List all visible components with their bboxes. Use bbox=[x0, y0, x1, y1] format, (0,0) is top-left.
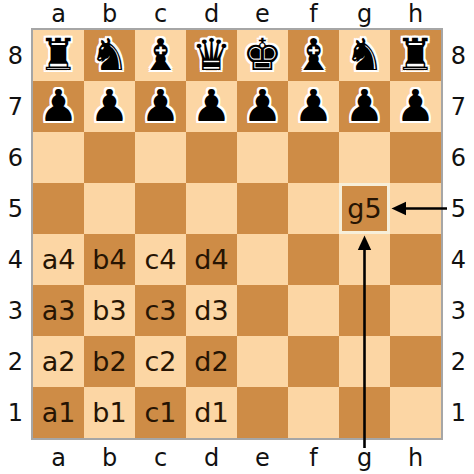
black-king-e8[interactable]: ♚ bbox=[243, 33, 282, 77]
rank-label-left-5: 5 bbox=[0, 183, 31, 234]
rank-label-right-6: 6 bbox=[443, 132, 474, 183]
black-pawn-d7[interactable]: ♟ bbox=[192, 84, 231, 128]
square-f3[interactable] bbox=[288, 285, 339, 336]
square-g8[interactable]: ♞ bbox=[339, 30, 390, 81]
file-label-top-d: d bbox=[186, 0, 237, 28]
square-c7[interactable]: ♟ bbox=[135, 81, 186, 132]
rank-label-right-3: 3 bbox=[443, 285, 474, 336]
file-label-top-h: h bbox=[390, 0, 441, 28]
black-pawn-g7[interactable]: ♟ bbox=[345, 84, 384, 128]
square-h2[interactable] bbox=[390, 336, 441, 387]
square-e1[interactable] bbox=[237, 387, 288, 438]
square-d2[interactable]: d2 bbox=[186, 336, 237, 387]
square-label-d4: d4 bbox=[194, 246, 228, 273]
square-b3[interactable]: b3 bbox=[84, 285, 135, 336]
square-a7[interactable]: ♟ bbox=[33, 81, 84, 132]
rank-label-right-1: 1 bbox=[443, 387, 474, 438]
file-label-bottom-c: c bbox=[135, 442, 186, 474]
rank-label-left-8: 8 bbox=[0, 30, 31, 81]
square-e4[interactable] bbox=[237, 234, 288, 285]
square-g1[interactable] bbox=[339, 387, 390, 438]
square-f6[interactable] bbox=[288, 132, 339, 183]
file-label-bottom-a: a bbox=[33, 442, 84, 474]
square-g2[interactable] bbox=[339, 336, 390, 387]
rank-label-left-1: 1 bbox=[0, 387, 31, 438]
file-label-top-a: a bbox=[33, 0, 84, 28]
square-b1[interactable]: b1 bbox=[84, 387, 135, 438]
square-d7[interactable]: ♟ bbox=[186, 81, 237, 132]
file-label-bottom-g: g bbox=[339, 442, 390, 474]
square-label-d3: d3 bbox=[194, 297, 228, 324]
square-a8[interactable]: ♜ bbox=[33, 30, 84, 81]
file-label-top-c: c bbox=[135, 0, 186, 28]
square-e7[interactable]: ♟ bbox=[237, 81, 288, 132]
black-rook-h8[interactable]: ♜ bbox=[396, 33, 435, 77]
square-e8[interactable]: ♚ bbox=[237, 30, 288, 81]
square-label-a2: a2 bbox=[42, 348, 76, 375]
square-label-b4: b4 bbox=[92, 246, 126, 273]
square-d4[interactable]: d4 bbox=[186, 234, 237, 285]
square-g3[interactable] bbox=[339, 285, 390, 336]
square-h4[interactable] bbox=[390, 234, 441, 285]
file-label-bottom-h: h bbox=[390, 442, 441, 474]
square-d8[interactable]: ♛ bbox=[186, 30, 237, 81]
square-h1[interactable] bbox=[390, 387, 441, 438]
square-e5[interactable] bbox=[237, 183, 288, 234]
square-h8[interactable]: ♜ bbox=[390, 30, 441, 81]
square-label-a4: a4 bbox=[42, 246, 76, 273]
chess-coordinates-diagram: ♜♞♝♛♚♝♞♜♟♟♟♟♟♟♟♟g5a4b4c4d4a3b3c3d3a2b2c2… bbox=[0, 0, 474, 474]
square-e3[interactable] bbox=[237, 285, 288, 336]
square-h6[interactable] bbox=[390, 132, 441, 183]
square-f8[interactable]: ♝ bbox=[288, 30, 339, 81]
rank-label-right-2: 2 bbox=[443, 336, 474, 387]
square-a4[interactable]: a4 bbox=[33, 234, 84, 285]
black-rook-a8[interactable]: ♜ bbox=[39, 33, 78, 77]
file-label-top-e: e bbox=[237, 0, 288, 28]
square-f1[interactable] bbox=[288, 387, 339, 438]
rank-label-left-3: 3 bbox=[0, 285, 31, 336]
file-label-bottom-e: e bbox=[237, 442, 288, 474]
rank-label-right-4: 4 bbox=[443, 234, 474, 285]
black-bishop-c8[interactable]: ♝ bbox=[141, 33, 180, 77]
square-label-c4: c4 bbox=[144, 246, 176, 273]
file-label-top-g: g bbox=[339, 0, 390, 28]
black-queen-d8[interactable]: ♛ bbox=[192, 33, 231, 77]
square-label-b1: b1 bbox=[92, 399, 126, 426]
square-label-d2: d2 bbox=[194, 348, 228, 375]
file-label-bottom-d: d bbox=[186, 442, 237, 474]
black-pawn-e7[interactable]: ♟ bbox=[243, 84, 282, 128]
square-label-c2: c2 bbox=[144, 348, 176, 375]
rank-label-left-4: 4 bbox=[0, 234, 31, 285]
square-label-c3: c3 bbox=[144, 297, 176, 324]
square-label-g5: g5 bbox=[347, 195, 381, 222]
square-c5[interactable] bbox=[135, 183, 186, 234]
square-label-c1: c1 bbox=[144, 399, 176, 426]
square-b7[interactable]: ♟ bbox=[84, 81, 135, 132]
square-b8[interactable]: ♞ bbox=[84, 30, 135, 81]
rank-label-left-2: 2 bbox=[0, 336, 31, 387]
square-b4[interactable]: b4 bbox=[84, 234, 135, 285]
black-pawn-a7[interactable]: ♟ bbox=[39, 84, 78, 128]
black-pawn-h7[interactable]: ♟ bbox=[396, 84, 435, 128]
square-d6[interactable] bbox=[186, 132, 237, 183]
square-d3[interactable]: d3 bbox=[186, 285, 237, 336]
square-f4[interactable] bbox=[288, 234, 339, 285]
square-c1[interactable]: c1 bbox=[135, 387, 186, 438]
square-e6[interactable] bbox=[237, 132, 288, 183]
square-label-b3: b3 bbox=[92, 297, 126, 324]
square-label-a3: a3 bbox=[42, 297, 76, 324]
file-label-bottom-f: f bbox=[288, 442, 339, 474]
square-label-a1: a1 bbox=[42, 399, 76, 426]
square-a3[interactable]: a3 bbox=[33, 285, 84, 336]
square-h3[interactable] bbox=[390, 285, 441, 336]
square-d1[interactable]: d1 bbox=[186, 387, 237, 438]
black-pawn-c7[interactable]: ♟ bbox=[141, 84, 180, 128]
square-a2[interactable]: a2 bbox=[33, 336, 84, 387]
square-c6[interactable] bbox=[135, 132, 186, 183]
rank-label-right-5: 5 bbox=[443, 183, 474, 234]
square-g5[interactable]: g5 bbox=[339, 183, 390, 234]
file-label-top-b: b bbox=[84, 0, 135, 28]
black-bishop-f8[interactable]: ♝ bbox=[294, 33, 333, 77]
square-a5[interactable] bbox=[33, 183, 84, 234]
square-g7[interactable]: ♟ bbox=[339, 81, 390, 132]
black-pawn-b7[interactable]: ♟ bbox=[90, 84, 129, 128]
square-b5[interactable] bbox=[84, 183, 135, 234]
square-g4[interactable] bbox=[339, 234, 390, 285]
square-d5[interactable] bbox=[186, 183, 237, 234]
square-b2[interactable]: b2 bbox=[84, 336, 135, 387]
square-b6[interactable] bbox=[84, 132, 135, 183]
square-c2[interactable]: c2 bbox=[135, 336, 186, 387]
square-e2[interactable] bbox=[237, 336, 288, 387]
square-f2[interactable] bbox=[288, 336, 339, 387]
square-f5[interactable] bbox=[288, 183, 339, 234]
square-a6[interactable] bbox=[33, 132, 84, 183]
square-a1[interactable]: a1 bbox=[33, 387, 84, 438]
square-g6[interactable] bbox=[339, 132, 390, 183]
square-label-d1: d1 bbox=[194, 399, 228, 426]
rank-label-left-7: 7 bbox=[0, 81, 31, 132]
square-c8[interactable]: ♝ bbox=[135, 30, 186, 81]
file-label-bottom-b: b bbox=[84, 442, 135, 474]
square-h7[interactable]: ♟ bbox=[390, 81, 441, 132]
black-knight-g8[interactable]: ♞ bbox=[345, 33, 384, 77]
rank-label-left-6: 6 bbox=[0, 132, 31, 183]
square-h5[interactable] bbox=[390, 183, 441, 234]
rank-label-right-8: 8 bbox=[443, 30, 474, 81]
black-pawn-f7[interactable]: ♟ bbox=[294, 84, 333, 128]
chess-board: ♜♞♝♛♚♝♞♜♟♟♟♟♟♟♟♟g5a4b4c4d4a3b3c3d3a2b2c2… bbox=[31, 28, 443, 440]
black-knight-b8[interactable]: ♞ bbox=[90, 33, 129, 77]
rank-label-right-7: 7 bbox=[443, 81, 474, 132]
file-label-top-f: f bbox=[288, 0, 339, 28]
square-label-b2: b2 bbox=[92, 348, 126, 375]
square-c4[interactable]: c4 bbox=[135, 234, 186, 285]
square-c3[interactable]: c3 bbox=[135, 285, 186, 336]
square-f7[interactable]: ♟ bbox=[288, 81, 339, 132]
